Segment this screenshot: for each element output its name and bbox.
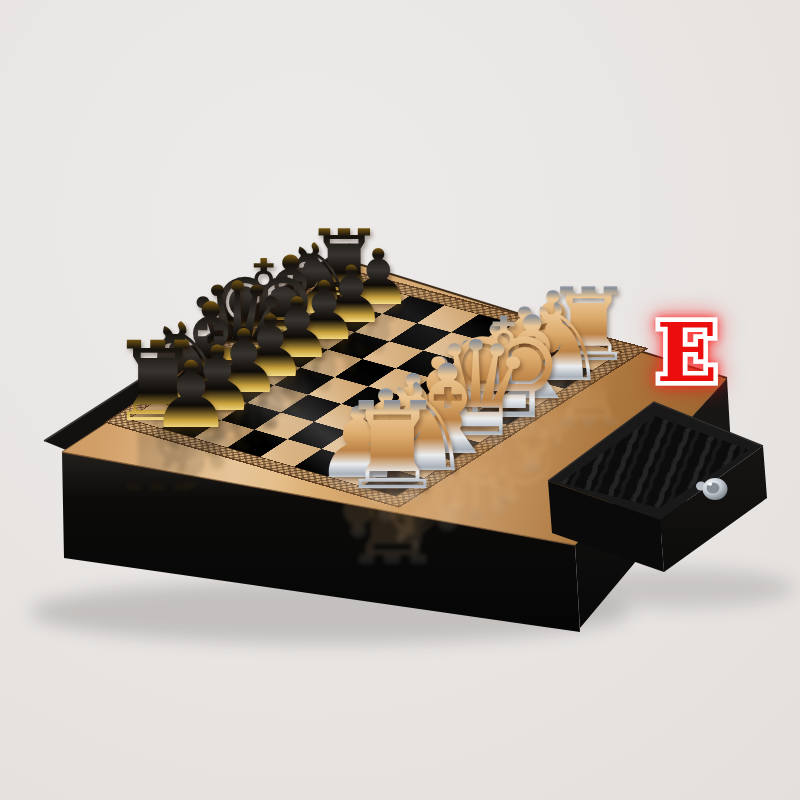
overlay-letter-badge: E (617, 285, 767, 435)
product-photo-chess-set: ♜♜♞♞♝♝♛♛♚♚♝♝♞♞♜♜♟♟♟♟♟♟♟♟♟♟♟♟♟♟♟♟♟♟♟♟♟♟♟♟… (0, 0, 800, 800)
overlay-letter: E (657, 306, 718, 400)
